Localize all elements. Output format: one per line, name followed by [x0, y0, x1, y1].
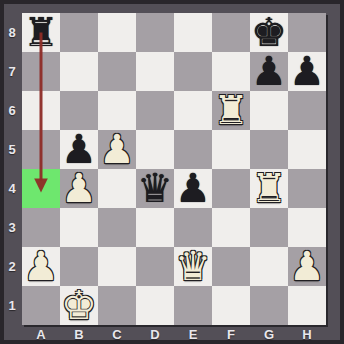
square-h6[interactable] — [288, 91, 326, 130]
square-a8[interactable]: ♜ — [22, 13, 60, 52]
square-g7[interactable]: ♟ — [250, 52, 288, 91]
square-c1[interactable] — [98, 286, 136, 325]
square-f5[interactable] — [212, 130, 250, 169]
piece-white-pawn[interactable]: ♟ — [61, 169, 97, 208]
square-b3[interactable] — [60, 208, 98, 247]
square-f2[interactable] — [212, 247, 250, 286]
piece-white-queen[interactable]: ♛ — [175, 247, 211, 286]
square-d7[interactable] — [136, 52, 174, 91]
square-b1[interactable]: ♚ — [60, 286, 98, 325]
square-a6[interactable] — [22, 91, 60, 130]
square-d5[interactable] — [136, 130, 174, 169]
rank-label-5: 5 — [2, 130, 22, 169]
square-e1[interactable] — [174, 286, 212, 325]
square-e4[interactable]: ♟ — [174, 169, 212, 208]
square-g8[interactable]: ♚ — [250, 13, 288, 52]
square-d4[interactable]: ♛ — [136, 169, 174, 208]
file-label-f: F — [212, 326, 250, 344]
rank-label-7: 7 — [2, 52, 22, 91]
square-d1[interactable] — [136, 286, 174, 325]
square-c3[interactable] — [98, 208, 136, 247]
piece-black-pawn[interactable]: ♟ — [175, 169, 211, 208]
square-d2[interactable] — [136, 247, 174, 286]
square-h2[interactable]: ♟ — [288, 247, 326, 286]
square-h5[interactable] — [288, 130, 326, 169]
square-b5[interactable]: ♟ — [60, 130, 98, 169]
piece-black-king[interactable]: ♚ — [251, 13, 287, 52]
square-d3[interactable] — [136, 208, 174, 247]
square-h3[interactable] — [288, 208, 326, 247]
chess-board: ♜♚♟♟♜♟♟♟♛♟♜♟♛♟♚ — [22, 13, 326, 325]
square-a4[interactable] — [22, 169, 60, 208]
square-g5[interactable] — [250, 130, 288, 169]
square-h4[interactable] — [288, 169, 326, 208]
square-a3[interactable] — [22, 208, 60, 247]
file-label-g: G — [250, 326, 288, 344]
square-b8[interactable] — [60, 13, 98, 52]
piece-black-pawn[interactable]: ♟ — [61, 130, 97, 169]
rank-label-1: 1 — [2, 286, 22, 325]
square-c5[interactable]: ♟ — [98, 130, 136, 169]
square-e5[interactable] — [174, 130, 212, 169]
rank-label-6: 6 — [2, 91, 22, 130]
rank-label-3: 3 — [2, 208, 22, 247]
square-b6[interactable] — [60, 91, 98, 130]
file-label-a: A — [22, 326, 60, 344]
square-a5[interactable] — [22, 130, 60, 169]
square-f6[interactable]: ♜ — [212, 91, 250, 130]
square-e7[interactable] — [174, 52, 212, 91]
piece-white-pawn[interactable]: ♟ — [99, 130, 135, 169]
piece-white-rook[interactable]: ♜ — [251, 169, 287, 208]
square-d8[interactable] — [136, 13, 174, 52]
square-a7[interactable] — [22, 52, 60, 91]
square-f4[interactable] — [212, 169, 250, 208]
square-g6[interactable] — [250, 91, 288, 130]
square-c2[interactable] — [98, 247, 136, 286]
square-f7[interactable] — [212, 52, 250, 91]
square-h8[interactable] — [288, 13, 326, 52]
rank-label-8: 8 — [2, 13, 22, 52]
square-f1[interactable] — [212, 286, 250, 325]
square-b2[interactable] — [60, 247, 98, 286]
piece-white-rook[interactable]: ♜ — [213, 91, 249, 130]
piece-white-king[interactable]: ♚ — [61, 286, 97, 325]
square-b7[interactable] — [60, 52, 98, 91]
piece-black-queen[interactable]: ♛ — [137, 169, 173, 208]
square-e8[interactable] — [174, 13, 212, 52]
piece-black-pawn[interactable]: ♟ — [289, 52, 325, 91]
square-c6[interactable] — [98, 91, 136, 130]
file-label-h: H — [288, 326, 326, 344]
square-g3[interactable] — [250, 208, 288, 247]
square-g2[interactable] — [250, 247, 288, 286]
piece-black-rook[interactable]: ♜ — [23, 13, 59, 52]
square-e2[interactable]: ♛ — [174, 247, 212, 286]
square-f3[interactable] — [212, 208, 250, 247]
square-b4[interactable]: ♟ — [60, 169, 98, 208]
square-h1[interactable] — [288, 286, 326, 325]
rank-label-2: 2 — [2, 247, 22, 286]
rank-label-4: 4 — [2, 169, 22, 208]
square-c8[interactable] — [98, 13, 136, 52]
piece-white-pawn[interactable]: ♟ — [289, 247, 325, 286]
square-e6[interactable] — [174, 91, 212, 130]
square-d6[interactable] — [136, 91, 174, 130]
file-label-c: C — [98, 326, 136, 344]
piece-black-pawn[interactable]: ♟ — [251, 52, 287, 91]
square-h7[interactable]: ♟ — [288, 52, 326, 91]
file-label-d: D — [136, 326, 174, 344]
square-g1[interactable] — [250, 286, 288, 325]
square-c7[interactable] — [98, 52, 136, 91]
square-a2[interactable]: ♟ — [22, 247, 60, 286]
board-frame: 87654321 ABCDEFGH ♜♚♟♟♜♟♟♟♛♟♜♟♛♟♚ — [0, 0, 344, 344]
piece-white-pawn[interactable]: ♟ — [23, 247, 59, 286]
file-label-e: E — [174, 326, 212, 344]
square-f8[interactable] — [212, 13, 250, 52]
square-a1[interactable] — [22, 286, 60, 325]
square-e3[interactable] — [174, 208, 212, 247]
file-label-b: B — [60, 326, 98, 344]
square-c4[interactable] — [98, 169, 136, 208]
square-g4[interactable]: ♜ — [250, 169, 288, 208]
